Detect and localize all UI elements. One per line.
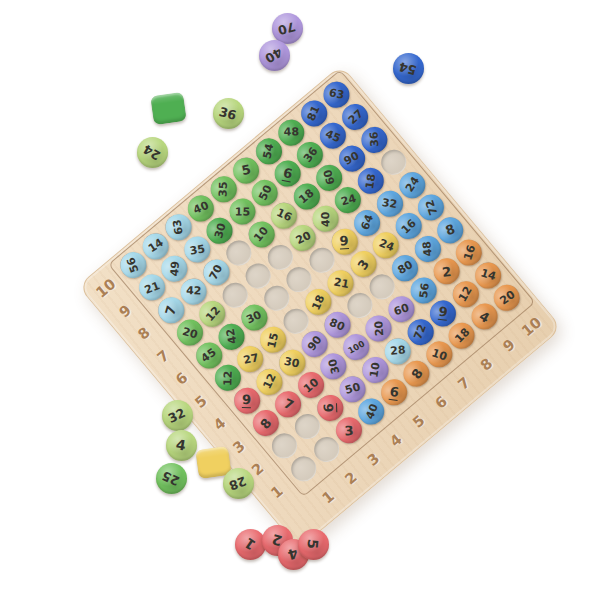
- disc-number: 40: [192, 200, 210, 216]
- disc-number: 56: [418, 282, 431, 299]
- disc-number: 8: [258, 416, 274, 431]
- disc-number: 18: [453, 326, 472, 345]
- disc-number: 9: [242, 393, 251, 408]
- disc-number: 14: [146, 237, 165, 255]
- disc-number: 48: [421, 241, 434, 257]
- disc-number: 12: [203, 305, 221, 324]
- disc-number: 32: [166, 405, 188, 426]
- disc-number: 36: [218, 104, 239, 123]
- disc-number: 15: [235, 206, 251, 217]
- disc-number: 9: [340, 234, 350, 249]
- disc-number: 35: [189, 243, 206, 256]
- row-label-7: 7: [150, 343, 175, 368]
- loose-disc-28-set4[interactable]: 28: [223, 468, 254, 499]
- disc-number: 28: [227, 473, 248, 493]
- disc-number: 30: [245, 309, 264, 325]
- column-label-2: 2: [338, 466, 363, 491]
- disc-number: 24: [339, 193, 357, 208]
- disc-number: 40: [364, 402, 380, 420]
- disc-number: 4: [477, 309, 491, 325]
- column-label-10: 10: [519, 314, 544, 339]
- disc-number: 12: [222, 370, 234, 386]
- column-label-7: 7: [451, 371, 476, 396]
- disc-number: 56: [125, 256, 141, 274]
- disc-number: 12: [457, 285, 474, 304]
- disc-number: 20: [373, 320, 385, 336]
- disc-number: 42: [225, 328, 239, 345]
- disc-number: 7: [282, 397, 296, 413]
- disc-number: 90: [306, 334, 324, 353]
- loose-disc-1-set1[interactable]: 1: [235, 529, 266, 560]
- disc-number: 40: [320, 211, 332, 227]
- row-label-4: 4: [207, 411, 232, 436]
- disc-number: 24: [141, 141, 164, 163]
- column-label-6: 6: [429, 390, 454, 415]
- disc-number: 72: [413, 323, 429, 341]
- loose-disc-4-set4[interactable]: 4: [166, 430, 197, 461]
- disc-number: 50: [257, 184, 274, 203]
- disc-number: 70: [277, 19, 298, 38]
- disc-number: 12: [261, 372, 278, 391]
- column-label-8: 8: [474, 352, 499, 377]
- disc-number: 24: [377, 237, 395, 253]
- disc-number: 10: [430, 347, 448, 362]
- disc-number: 7: [163, 304, 178, 316]
- disc-number: 54: [398, 59, 419, 78]
- disc-number: 48: [284, 127, 300, 138]
- disc-number: 20: [294, 230, 313, 247]
- disc-number: 60: [322, 169, 337, 187]
- row-label-1: 1: [264, 479, 289, 504]
- row-label-9: 9: [112, 298, 137, 323]
- disc-number: 10: [369, 362, 382, 379]
- disc-number: 6: [322, 403, 337, 413]
- disc-number: 5: [240, 163, 252, 178]
- disc-number: 36: [301, 146, 319, 165]
- loose-disc-24-set4[interactable]: 24: [137, 137, 168, 168]
- loose-disc-36-set4[interactable]: 36: [213, 98, 244, 129]
- loose-disc-54-set9[interactable]: 54: [393, 53, 424, 84]
- disc-number: 49: [169, 261, 181, 277]
- disc-number: 14: [479, 268, 497, 283]
- row-label-10: 10: [93, 276, 118, 301]
- disc-number: 8: [409, 366, 425, 381]
- column-label-5: 5: [406, 409, 431, 434]
- disc-number: 3: [344, 424, 354, 437]
- row-label-6: 6: [169, 366, 194, 391]
- disc-number: 30: [283, 356, 300, 370]
- disc-number: 30: [326, 358, 341, 376]
- loose-disc-70-set10[interactable]: 70: [272, 13, 303, 44]
- loose-disc-25-set5[interactable]: 25: [156, 463, 187, 494]
- disc-number: 27: [242, 352, 259, 366]
- disc-number: 18: [364, 173, 377, 190]
- loose-disc-5-set1[interactable]: 5: [298, 529, 329, 560]
- disc-number: 45: [200, 347, 219, 365]
- column-label-3: 3: [361, 447, 386, 472]
- disc-number: 5: [305, 538, 322, 549]
- disc-number: 18: [310, 293, 326, 311]
- disc-number: 42: [186, 285, 202, 297]
- disc-number: 40: [263, 44, 286, 66]
- loose-disc-32-set4[interactable]: 32: [162, 400, 193, 431]
- disc-number: 72: [424, 198, 439, 216]
- disc-number: 28: [390, 345, 406, 357]
- disc-number: 100: [346, 339, 366, 355]
- disc-number: 21: [143, 280, 161, 296]
- loose-disc-40-set10[interactable]: 40: [259, 40, 290, 71]
- disc-number: 54: [262, 143, 276, 160]
- disc-number: 8: [444, 222, 457, 237]
- row-label-8: 8: [131, 321, 156, 346]
- disc-number: 16: [399, 217, 418, 236]
- disc-number: 63: [328, 88, 345, 101]
- disc-number: 35: [218, 181, 230, 197]
- disc-number: 16: [275, 207, 294, 223]
- disc-number: 63: [172, 219, 185, 236]
- disc-number: 80: [396, 259, 415, 276]
- loose-cylinder-piece-set6[interactable]: [150, 91, 187, 124]
- disc-number: 2: [441, 265, 452, 279]
- disc-number: 10: [302, 376, 321, 394]
- disc-number: 60: [392, 302, 410, 317]
- disc-number: 20: [498, 289, 517, 307]
- disc-number: 21: [332, 277, 349, 290]
- disc-number: 36: [368, 132, 380, 148]
- column-label-9: 9: [496, 333, 521, 358]
- disc-number: 32: [381, 197, 398, 210]
- disc-number: 3: [356, 257, 372, 272]
- disc-number: 25: [160, 468, 182, 489]
- disc-number: 9: [438, 305, 449, 321]
- disc-number: 45: [324, 128, 342, 144]
- disc-number: 16: [462, 244, 477, 262]
- disc-number: 1: [241, 535, 258, 554]
- disc-number: 24: [404, 175, 422, 194]
- disc-number: 27: [346, 108, 365, 126]
- product-photo-scene: 5614634035554488163214935301550636452774…: [0, 0, 600, 600]
- column-label-1: 1: [316, 485, 341, 510]
- disc-number: 15: [266, 331, 280, 348]
- disc-number: 90: [342, 150, 361, 167]
- row-label-3: 3: [226, 434, 251, 459]
- disc-number: 20: [181, 325, 199, 340]
- column-label-4: 4: [383, 428, 408, 453]
- disc-number: 80: [328, 317, 346, 333]
- disc-number: 50: [344, 382, 362, 397]
- disc-number: 30: [213, 222, 228, 240]
- disc-number: 18: [297, 187, 316, 205]
- disc-number: 6: [282, 166, 294, 183]
- disc-number: 10: [252, 225, 270, 244]
- disc-number: 64: [359, 214, 375, 232]
- disc-number: 70: [208, 263, 225, 282]
- disc-number: 6: [389, 385, 400, 401]
- disc-number: 4: [175, 436, 187, 453]
- disc-number: 81: [306, 104, 322, 122]
